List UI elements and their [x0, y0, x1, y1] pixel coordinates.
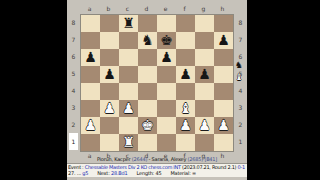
square-d3[interactable] [138, 100, 157, 117]
rank-label-7: 7 [69, 31, 78, 48]
video-frame: abcdefgh abcdefgh 87654321 87654321 ♜♞♚♟… [0, 0, 320, 180]
rank-label-8: 8 [69, 14, 78, 31]
move-status-line: 27. ... g5 Next: 28.Bd1 Length: 45 Mater… [68, 170, 246, 176]
square-c5[interactable] [119, 66, 138, 83]
white-pawn[interactable]: ♟ [122, 100, 135, 117]
black-knight-icon: ♞️ [233, 59, 245, 71]
black-player-name: Sarana, Alexey [152, 156, 187, 162]
info-band: Event : Chessable Masters Div 2 KO chess… [67, 163, 247, 177]
black-knight[interactable]: ♞ [141, 32, 154, 49]
square-f2[interactable]: ♟ [176, 117, 195, 134]
white-player-name: Piorun, Kacper [97, 156, 130, 162]
square-a2[interactable]: ♟ [81, 117, 100, 134]
square-d8[interactable] [138, 15, 157, 32]
white-pawn[interactable]: ♟ [198, 117, 211, 134]
white-pawn[interactable]: ♟ [217, 117, 230, 134]
square-a6[interactable]: ♟ [81, 49, 100, 66]
game-length: Length: 45 [137, 170, 162, 176]
rank-label-3: 3 [69, 99, 78, 116]
players-separator: - [149, 156, 151, 162]
square-b6[interactable] [100, 49, 119, 66]
material-tray: ♞️ ♝️ [233, 59, 245, 89]
square-f1[interactable] [176, 134, 195, 151]
square-b5[interactable]: ♟ [100, 66, 119, 83]
square-e8[interactable] [157, 15, 176, 32]
white-pawn[interactable]: ♟ [179, 117, 192, 134]
file-label-c: c [118, 5, 137, 12]
square-d5[interactable] [138, 66, 157, 83]
black-pawn[interactable]: ♟ [198, 66, 211, 83]
square-h6[interactable] [214, 49, 233, 66]
square-e6[interactable]: ♟ [157, 49, 176, 66]
square-d6[interactable] [138, 49, 157, 66]
file-label-e: e [156, 5, 175, 12]
file-label-d: d [137, 5, 156, 12]
white-king[interactable]: ♚ [141, 117, 154, 134]
square-b7[interactable] [100, 32, 119, 49]
square-d2[interactable]: ♚ [138, 117, 157, 134]
square-d4[interactable] [138, 83, 157, 100]
square-a7[interactable] [81, 32, 100, 49]
square-f6[interactable] [176, 49, 195, 66]
square-h3[interactable] [214, 100, 233, 117]
square-b2[interactable] [100, 117, 119, 134]
square-c6[interactable] [119, 49, 138, 66]
square-h8[interactable] [214, 15, 233, 32]
square-h1[interactable] [214, 134, 233, 151]
rank-label-7: 7 [236, 31, 245, 48]
square-c1[interactable]: ♜ [119, 134, 138, 151]
file-label-h: h [213, 5, 232, 12]
square-e2[interactable] [157, 117, 176, 134]
game-header: Piorun, Kacper (2644) - Sarana, Alexey (… [67, 156, 247, 162]
square-f3[interactable]: ♝ [176, 100, 195, 117]
black-king[interactable]: ♚ [160, 32, 173, 49]
square-b8[interactable] [100, 15, 119, 32]
square-g3[interactable] [195, 100, 214, 117]
square-h5[interactable] [214, 66, 233, 83]
square-a8[interactable] [81, 15, 100, 32]
rank-label-1: 1 [69, 133, 78, 150]
black-pawn[interactable]: ♟ [217, 32, 230, 49]
rank-label-8: 8 [236, 14, 245, 31]
square-c3[interactable]: ♟ [119, 100, 138, 117]
black-pawn[interactable]: ♟ [160, 49, 173, 66]
rank-label-4: 4 [69, 82, 78, 99]
file-label-b: b [99, 5, 118, 12]
square-d1[interactable] [138, 134, 157, 151]
white-elo: (2644) [132, 156, 147, 162]
next-move: Next: 28.Bd1 [97, 170, 127, 176]
file-label-g: g [194, 5, 213, 12]
file-label-f: f [175, 5, 194, 12]
black-pawn[interactable]: ♟ [179, 66, 192, 83]
square-d7[interactable]: ♞ [138, 32, 157, 49]
square-g8[interactable] [195, 15, 214, 32]
rank-labels-left: 87654321 [69, 14, 78, 150]
black-elo: (2685) [188, 156, 203, 162]
square-b3[interactable]: ♟ [100, 100, 119, 117]
material-summary: Material: = [170, 170, 196, 176]
white-bishop[interactable]: ♝ [179, 100, 192, 117]
rank-label-1: 1 [236, 133, 245, 150]
square-a5[interactable] [81, 66, 100, 83]
square-g4[interactable] [195, 83, 214, 100]
square-c4[interactable] [119, 83, 138, 100]
square-c8[interactable]: ♜ [119, 15, 138, 32]
square-e3[interactable] [157, 100, 176, 117]
last-move: 27. ... g5 [68, 170, 88, 176]
rank-label-2: 2 [236, 116, 245, 133]
chess-board[interactable]: ♜♞♚♟♟♟♟♟♟♟♟♝♟♚♟♟♟♜ [80, 14, 234, 152]
square-c7[interactable] [119, 32, 138, 49]
square-e5[interactable] [157, 66, 176, 83]
square-h2[interactable]: ♟ [214, 117, 233, 134]
square-a3[interactable] [81, 100, 100, 117]
square-b4[interactable] [100, 83, 119, 100]
white-pawn[interactable]: ♟ [84, 117, 97, 134]
square-h4[interactable] [214, 83, 233, 100]
square-a4[interactable] [81, 83, 100, 100]
square-e4[interactable] [157, 83, 176, 100]
chess-panel: abcdefgh abcdefgh 87654321 87654321 ♜♞♚♟… [67, 0, 247, 180]
square-f4[interactable] [176, 83, 195, 100]
rank-label-3: 3 [236, 99, 245, 116]
file-label-a: a [80, 5, 99, 12]
file-labels-top: abcdefgh [80, 5, 232, 12]
white-bishop-icon: ♝️ [233, 71, 245, 83]
white-rook[interactable]: ♜ [122, 134, 135, 151]
black-pawn[interactable]: ♟ [103, 66, 116, 83]
square-e1[interactable] [157, 134, 176, 151]
square-h7[interactable]: ♟ [214, 32, 233, 49]
square-f8[interactable] [176, 15, 195, 32]
white-pawn[interactable]: ♟ [103, 100, 116, 117]
square-a1[interactable] [81, 134, 100, 151]
black-rook[interactable]: ♜ [122, 15, 135, 32]
eco-code: [B41] [204, 156, 217, 162]
square-e7[interactable]: ♚ [157, 32, 176, 49]
square-g6[interactable] [195, 49, 214, 66]
rank-label-6: 6 [69, 48, 78, 65]
rank-label-2: 2 [69, 116, 78, 133]
rank-label-5: 5 [69, 65, 78, 82]
square-b1[interactable] [100, 134, 119, 151]
square-f5[interactable]: ♟ [176, 66, 195, 83]
square-g5[interactable]: ♟ [195, 66, 214, 83]
square-f7[interactable] [176, 32, 195, 49]
black-pawn[interactable]: ♟ [84, 49, 97, 66]
square-g1[interactable] [195, 134, 214, 151]
square-g2[interactable]: ♟ [195, 117, 214, 134]
square-g7[interactable] [195, 32, 214, 49]
square-c2[interactable] [119, 117, 138, 134]
